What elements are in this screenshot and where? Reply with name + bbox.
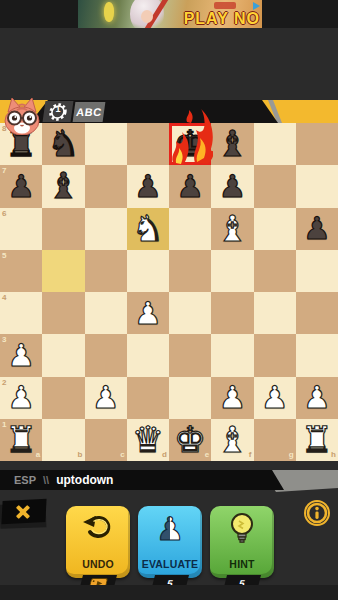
square-e2[interactable] <box>169 377 211 419</box>
language-label: ESP <box>14 474 36 486</box>
piece-black-pawn[interactable]: ♟ <box>127 165 169 207</box>
square-g3[interactable] <box>254 334 296 376</box>
square-a6[interactable]: 6 <box>0 208 42 250</box>
status-bar: ESP \\ uptodown <box>0 470 284 490</box>
rank-label-7: 7 <box>2 167 6 175</box>
ad-art-face <box>141 10 153 23</box>
square-b1[interactable]: b <box>42 419 84 461</box>
square-c6[interactable] <box>85 208 127 250</box>
file-label-f: f <box>249 451 252 459</box>
square-f5[interactable] <box>211 250 253 292</box>
square-h2[interactable]: ♟ <box>296 377 338 419</box>
undo-label: UNDO <box>66 558 130 570</box>
piece-black-pawn[interactable]: ♟ <box>296 208 338 250</box>
piece-white-pawn[interactable]: ♟ <box>296 377 338 419</box>
piece-black-bishop[interactable]: ♝ <box>211 123 253 165</box>
square-a4[interactable]: 4 <box>0 292 42 334</box>
square-c4[interactable] <box>85 292 127 334</box>
ad-cta-text[interactable]: PLAY NO <box>184 10 260 28</box>
square-e5[interactable] <box>169 250 211 292</box>
abc-badge-label: ABC <box>75 106 102 118</box>
rank-label-3: 3 <box>2 336 6 344</box>
square-h1[interactable]: h♜ <box>296 419 338 461</box>
square-h4[interactable] <box>296 292 338 334</box>
square-b2[interactable] <box>42 377 84 419</box>
square-d3[interactable] <box>127 334 169 376</box>
square-e8[interactable]: ♚ <box>169 123 211 165</box>
square-b4[interactable] <box>42 292 84 334</box>
square-h8[interactable] <box>296 123 338 165</box>
piece-white-pawn[interactable]: ♟ <box>85 377 127 419</box>
piece-black-knight[interactable]: ♞ <box>42 123 84 165</box>
hint-label: HINT <box>210 558 274 570</box>
square-f4[interactable] <box>211 292 253 334</box>
square-h7[interactable] <box>296 165 338 207</box>
close-button[interactable] <box>0 498 52 530</box>
square-a7[interactable]: 7♟ <box>0 165 42 207</box>
rank-label-2: 2 <box>2 379 6 387</box>
square-b3[interactable] <box>42 334 84 376</box>
square-c1[interactable]: c <box>85 419 127 461</box>
square-e4[interactable] <box>169 292 211 334</box>
square-a1[interactable]: 1a♜ <box>0 419 42 461</box>
chess-board: 8♜♞♚♝7♟♝♟♟♟6♞♝♟54♟3♟2♟♟♟♟♟1a♜bcd♛e♚f♝gh♜ <box>0 123 338 461</box>
square-h3[interactable] <box>296 334 338 376</box>
file-label-b: b <box>78 451 83 459</box>
app-screen: PLAY NO 1 ABC 8♜♞♚♝7♟♝♟♟♟6♞♝♟54♟3♟2♟♟♟♟♟… <box>0 0 338 600</box>
square-b6[interactable] <box>42 208 84 250</box>
info-icon <box>303 499 331 527</box>
file-label-a: a <box>36 451 40 459</box>
file-label-e: e <box>205 451 209 459</box>
piece-white-pawn[interactable]: ♟ <box>211 377 253 419</box>
evaluate-pawn-icon: ♟♟ <box>138 512 202 546</box>
square-e6[interactable] <box>169 208 211 250</box>
ad-banner[interactable]: PLAY NO <box>78 0 262 28</box>
piece-black-pawn[interactable]: ♟ <box>169 165 211 207</box>
undo-arrow-icon <box>66 512 130 544</box>
hint-lightbulb-icon <box>210 512 274 546</box>
square-f1[interactable]: f♝ <box>211 419 253 461</box>
square-d1[interactable]: d♛ <box>127 419 169 461</box>
square-g6[interactable] <box>254 208 296 250</box>
close-icon <box>15 503 31 519</box>
piece-white-knight[interactable]: ♞ <box>127 208 169 250</box>
brand-watermark: uptodown <box>56 473 113 487</box>
square-a2[interactable]: 2♟ <box>0 377 42 419</box>
ad-art-banner-ribbon <box>214 2 236 9</box>
square-d7[interactable]: ♟ <box>127 165 169 207</box>
footer-band <box>0 585 338 600</box>
status-separator: \\ <box>43 474 49 486</box>
square-c5[interactable] <box>85 250 127 292</box>
square-f3[interactable] <box>211 334 253 376</box>
rank-label-6: 6 <box>2 210 6 218</box>
square-b7[interactable]: ♝ <box>42 165 84 207</box>
adchoices-icon[interactable] <box>253 2 260 10</box>
piece-white-bishop[interactable]: ♝ <box>211 208 253 250</box>
square-c8[interactable] <box>85 123 127 165</box>
square-f2[interactable]: ♟ <box>211 377 253 419</box>
file-label-g: g <box>289 451 294 459</box>
piece-white-pawn[interactable]: ♟ <box>127 292 169 334</box>
square-e7[interactable]: ♟ <box>169 165 211 207</box>
square-a5[interactable]: 5 <box>0 250 42 292</box>
square-e3[interactable] <box>169 334 211 376</box>
square-h6[interactable]: ♟ <box>296 208 338 250</box>
piece-black-pawn[interactable]: ♟ <box>211 165 253 207</box>
square-g5[interactable] <box>254 250 296 292</box>
square-b5[interactable] <box>42 250 84 292</box>
square-g7[interactable] <box>254 165 296 207</box>
square-c3[interactable] <box>85 334 127 376</box>
square-g1[interactable]: g <box>254 419 296 461</box>
square-d2[interactable] <box>127 377 169 419</box>
rank-label-4: 4 <box>2 294 6 302</box>
file-label-c: c <box>120 451 124 459</box>
square-g4[interactable] <box>254 292 296 334</box>
square-f8[interactable]: ♝ <box>211 123 253 165</box>
square-b8[interactable]: ♞ <box>42 123 84 165</box>
square-d6[interactable]: ♞ <box>127 208 169 250</box>
cat-avatar[interactable] <box>1 97 43 135</box>
file-label-d: d <box>162 451 167 459</box>
piece-white-bishop[interactable]: ♝ <box>211 419 253 461</box>
piece-white-pawn[interactable]: ♟ <box>254 377 296 419</box>
square-g2[interactable]: ♟ <box>254 377 296 419</box>
rank-label-5: 5 <box>2 252 6 260</box>
settings-gear-count: 1 <box>51 104 65 114</box>
rank-label-1: 1 <box>2 421 6 429</box>
info-button[interactable] <box>303 499 331 527</box>
abc-badge-button[interactable]: ABC <box>73 102 106 122</box>
file-label-h: h <box>331 451 336 459</box>
square-c2[interactable]: ♟ <box>85 377 127 419</box>
piece-black-bishop[interactable]: ♝ <box>42 165 84 207</box>
square-g8[interactable] <box>254 123 296 165</box>
square-f7[interactable]: ♟ <box>211 165 253 207</box>
evaluate-label: EVALUATE <box>138 558 202 570</box>
piece-black-king[interactable]: ♚ <box>169 123 211 165</box>
square-d5[interactable] <box>127 250 169 292</box>
square-d4[interactable]: ♟ <box>127 292 169 334</box>
square-e1[interactable]: e♚ <box>169 419 211 461</box>
ad-art-lamp <box>104 2 114 22</box>
square-f6[interactable]: ♝ <box>211 208 253 250</box>
square-h5[interactable] <box>296 250 338 292</box>
square-a3[interactable]: 3♟ <box>0 334 42 376</box>
square-c7[interactable] <box>85 165 127 207</box>
square-d8[interactable] <box>127 123 169 165</box>
